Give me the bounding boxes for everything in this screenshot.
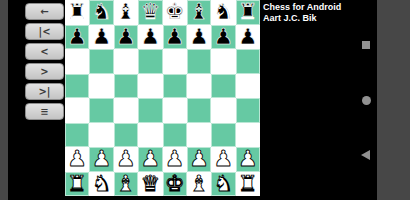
square-e2[interactable]: ♟: [163, 147, 187, 172]
square-a7[interactable]: ♟: [65, 25, 89, 50]
first-move-button[interactable]: |<: [25, 23, 64, 40]
square-g4[interactable]: [211, 98, 235, 123]
piece-white-pawn: ♟: [214, 148, 234, 170]
piece-white-bishop: ♝: [116, 173, 136, 195]
piece-black-pawn: ♟: [189, 26, 209, 48]
piece-black-knight: ♞: [214, 1, 234, 23]
square-g8[interactable]: ♞: [211, 0, 235, 25]
square-g2[interactable]: ♟: [211, 147, 235, 172]
piece-black-pawn: ♟: [67, 26, 87, 48]
square-f4[interactable]: [187, 98, 211, 123]
square-e3[interactable]: [163, 123, 187, 148]
square-h7[interactable]: ♟: [236, 25, 260, 50]
piece-white-pawn: ♟: [92, 148, 112, 170]
square-b1[interactable]: ♞: [89, 172, 113, 197]
square-f7[interactable]: ♟: [187, 25, 211, 50]
piece-black-pawn: ♟: [92, 26, 112, 48]
piece-black-bishop: ♝: [116, 1, 136, 23]
piece-white-pawn: ♟: [116, 148, 136, 170]
square-h2[interactable]: ♟: [236, 147, 260, 172]
square-b4[interactable]: [89, 98, 113, 123]
piece-white-pawn: ♟: [165, 148, 185, 170]
square-b3[interactable]: [89, 123, 113, 148]
square-f1[interactable]: ♝: [187, 172, 211, 197]
piece-white-pawn: ♟: [67, 148, 87, 170]
square-a6[interactable]: [65, 49, 89, 74]
square-d5[interactable]: [138, 74, 162, 99]
undo-button[interactable]: ←: [25, 3, 64, 20]
recents-square-icon[interactable]: [362, 41, 370, 49]
square-c4[interactable]: [114, 98, 138, 123]
square-h8[interactable]: ♜: [236, 0, 260, 25]
square-e8[interactable]: ♚: [163, 0, 187, 25]
square-h4[interactable]: [236, 98, 260, 123]
last-move-button[interactable]: >|: [25, 83, 64, 100]
square-d8[interactable]: ♛: [138, 0, 162, 25]
square-d2[interactable]: ♟: [138, 147, 162, 172]
square-c6[interactable]: [114, 49, 138, 74]
square-a3[interactable]: [65, 123, 89, 148]
square-c1[interactable]: ♝: [114, 172, 138, 197]
piece-white-pawn: ♟: [140, 148, 160, 170]
square-d1[interactable]: ♛: [138, 172, 162, 197]
piece-white-knight: ♞: [214, 173, 234, 195]
square-h3[interactable]: [236, 123, 260, 148]
square-d6[interactable]: [138, 49, 162, 74]
piece-black-king: ♚: [165, 1, 185, 23]
square-e6[interactable]: [163, 49, 187, 74]
piece-black-bishop: ♝: [189, 1, 209, 23]
piece-black-rook: ♜: [67, 1, 87, 23]
square-h1[interactable]: ♜: [236, 172, 260, 197]
square-a5[interactable]: [65, 74, 89, 99]
square-g6[interactable]: [211, 49, 235, 74]
square-c8[interactable]: ♝: [114, 0, 138, 25]
piece-black-pawn: ♟: [165, 26, 185, 48]
chess-board: ♜♞♝♛♚♝♞♜♟♟♟♟♟♟♟♟♟♟♟♟♟♟♟♟♜♞♝♛♚♝♞♜: [65, 0, 260, 196]
square-f6[interactable]: [187, 49, 211, 74]
square-b6[interactable]: [89, 49, 113, 74]
app-title: Chess for Android: [263, 2, 341, 13]
chess-for-android-screen: ←|<<>>|≡ ♜♞♝♛♚♝♞♜♟♟♟♟♟♟♟♟♟♟♟♟♟♟♟♟♜♞♝♛♚♝♞…: [0, 0, 410, 200]
piece-white-rook: ♜: [67, 173, 87, 195]
square-g7[interactable]: ♟: [211, 25, 235, 50]
piece-white-knight: ♞: [92, 173, 112, 195]
app-title-block: Chess for Android Aart J.C. Bik: [263, 2, 341, 24]
square-e1[interactable]: ♚: [163, 172, 187, 197]
square-g3[interactable]: [211, 123, 235, 148]
square-h5[interactable]: [236, 74, 260, 99]
square-g5[interactable]: [211, 74, 235, 99]
piece-black-pawn: ♟: [116, 26, 136, 48]
square-f5[interactable]: [187, 74, 211, 99]
square-b5[interactable]: [89, 74, 113, 99]
piece-white-pawn: ♟: [189, 148, 209, 170]
square-d7[interactable]: ♟: [138, 25, 162, 50]
piece-black-queen: ♛: [140, 1, 160, 23]
square-b7[interactable]: ♟: [89, 25, 113, 50]
menu-button[interactable]: ≡: [25, 103, 64, 120]
square-f2[interactable]: ♟: [187, 147, 211, 172]
square-d3[interactable]: [138, 123, 162, 148]
piece-white-pawn: ♟: [238, 148, 258, 170]
piece-black-pawn: ♟: [238, 26, 258, 48]
square-b8[interactable]: ♞: [89, 0, 113, 25]
right-bezel: [377, 0, 410, 200]
home-circle-icon[interactable]: [362, 96, 371, 105]
square-f8[interactable]: ♝: [187, 0, 211, 25]
piece-white-king: ♚: [165, 173, 185, 195]
square-a4[interactable]: [65, 98, 89, 123]
square-c7[interactable]: ♟: [114, 25, 138, 50]
left-bezel: [0, 0, 8, 200]
move-controls: ←|<<>>|≡: [25, 3, 64, 120]
prev-move-button[interactable]: <: [25, 43, 64, 60]
square-c2[interactable]: ♟: [114, 147, 138, 172]
back-triangle-icon[interactable]: [361, 150, 370, 160]
square-a1[interactable]: ♜: [65, 172, 89, 197]
square-e4[interactable]: [163, 98, 187, 123]
square-c3[interactable]: [114, 123, 138, 148]
square-c5[interactable]: [114, 74, 138, 99]
square-d4[interactable]: [138, 98, 162, 123]
square-g1[interactable]: ♞: [211, 172, 235, 197]
piece-black-pawn: ♟: [214, 26, 234, 48]
square-b2[interactable]: ♟: [89, 147, 113, 172]
next-move-button[interactable]: >: [25, 63, 64, 80]
piece-black-pawn: ♟: [140, 26, 160, 48]
square-a2[interactable]: ♟: [65, 147, 89, 172]
square-e7[interactable]: ♟: [163, 25, 187, 50]
app-author: Aart J.C. Bik: [263, 13, 341, 24]
piece-black-rook: ♜: [238, 1, 258, 23]
square-f3[interactable]: [187, 123, 211, 148]
piece-white-rook: ♜: [238, 173, 258, 195]
square-e5[interactable]: [163, 74, 187, 99]
square-h6[interactable]: [236, 49, 260, 74]
square-a8[interactable]: ♜: [65, 0, 89, 25]
piece-white-bishop: ♝: [189, 173, 209, 195]
piece-white-queen: ♛: [140, 173, 160, 195]
piece-black-knight: ♞: [92, 1, 112, 23]
